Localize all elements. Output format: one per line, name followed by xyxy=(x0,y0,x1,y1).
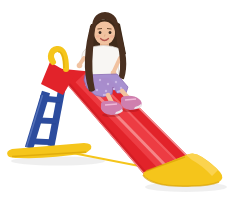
product-photo xyxy=(0,0,230,200)
child-blush-left xyxy=(96,35,100,38)
shoe-strap-right xyxy=(125,99,136,100)
child-right-hand xyxy=(77,63,83,69)
child-nose xyxy=(105,35,106,37)
child-eye-right xyxy=(109,31,112,34)
child-brow-left xyxy=(98,29,103,30)
slide-photo-svg xyxy=(0,0,230,200)
shoe-strap-left xyxy=(105,104,117,105)
child-blush-right xyxy=(110,35,114,38)
child-eye-left xyxy=(99,31,102,34)
child-brow-right xyxy=(107,29,112,30)
